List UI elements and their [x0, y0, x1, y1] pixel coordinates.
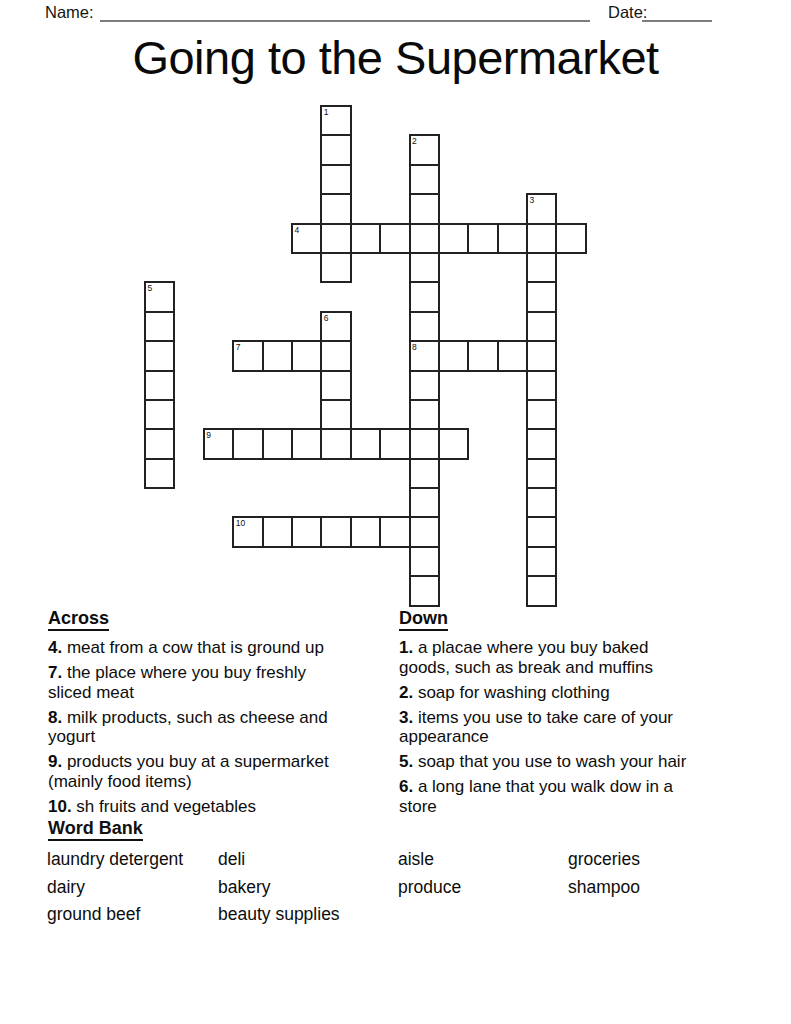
- clue-text-line: sliced meat: [48, 683, 393, 703]
- clue-text-line: store: [399, 797, 744, 817]
- across-clue-9: 9. products you buy at a supermarket(mai…: [48, 752, 393, 791]
- down-clue-5: 5. soap that you use to wash your hair: [399, 752, 744, 772]
- crossword-cell-r9c0[interactable]: [144, 370, 175, 401]
- word-bank-item: aisle: [398, 846, 461, 874]
- crossword-cell-r1c9[interactable]: 2: [409, 134, 440, 165]
- crossword-cell-r6c9[interactable]: [409, 281, 440, 312]
- crossword-cell-r11c13[interactable]: [526, 428, 557, 459]
- crossword-cell-r8c0[interactable]: [144, 340, 175, 371]
- clue-number-4: 4: [294, 225, 299, 235]
- clue-number-9: 9: [206, 430, 211, 440]
- crossword-cell-r11c0[interactable]: [144, 428, 175, 459]
- crossword-cell-r2c6[interactable]: [320, 164, 351, 195]
- crossword-cell-r5c6[interactable]: [320, 252, 351, 283]
- crossword-cell-r11c2[interactable]: 9: [203, 428, 234, 459]
- across-clue-list: 4. meat from a cow that is ground up7. t…: [48, 638, 393, 816]
- crossword-cell-r8c6[interactable]: [320, 340, 351, 371]
- crossword-cell-r11c3[interactable]: [232, 428, 263, 459]
- crossword-cell-r8c13[interactable]: [526, 340, 557, 371]
- crossword-cell-r8c10[interactable]: [438, 340, 469, 371]
- crossword-cell-r6c0[interactable]: 5: [144, 281, 175, 312]
- clue-number-8: 8: [412, 342, 417, 352]
- clue-number-label: 9.: [48, 752, 62, 771]
- crossword-cell-r10c0[interactable]: [144, 399, 175, 430]
- crossword-cell-r2c9[interactable]: [409, 164, 440, 195]
- clue-text-line: (mainly food items): [48, 772, 393, 792]
- crossword-cell-r8c11[interactable]: [467, 340, 498, 371]
- crossword-cell-r11c10[interactable]: [438, 428, 469, 459]
- crossword-cell-r11c7[interactable]: [350, 428, 381, 459]
- down-clue-3: 3. items you use to take care of yourapp…: [399, 708, 744, 747]
- crossword-cell-r4c7[interactable]: [350, 223, 381, 254]
- crossword-cell-r4c13[interactable]: [526, 223, 557, 254]
- word-bank: laundry detergentdairyground beefdelibak…: [47, 846, 747, 936]
- crossword-cell-r12c13[interactable]: [526, 458, 557, 489]
- crossword-cell-r3c6[interactable]: [320, 193, 351, 224]
- crossword-cell-r13c9[interactable]: [409, 487, 440, 518]
- crossword-cell-r12c9[interactable]: [409, 458, 440, 489]
- crossword-cell-r9c6[interactable]: [320, 370, 351, 401]
- crossword-cell-r1c6[interactable]: [320, 134, 351, 165]
- across-clue-10: 10. sh fruits and vegetables: [48, 797, 393, 817]
- word-bank-item: produce: [398, 874, 461, 902]
- word-bank-item: groceries: [568, 846, 640, 874]
- crossword-cell-r4c12[interactable]: [497, 223, 528, 254]
- clue-number-label: 6.: [399, 777, 413, 796]
- crossword-cell-r8c3[interactable]: 7: [232, 340, 263, 371]
- crossword-cell-r12c0[interactable]: [144, 458, 175, 489]
- clue-number-label: 1.: [399, 638, 413, 657]
- crossword-cell-r4c8[interactable]: [379, 223, 410, 254]
- crossword-cell-r11c5[interactable]: [291, 428, 322, 459]
- crossword-cell-r6c13[interactable]: [526, 281, 557, 312]
- crossword-cell-r0c6[interactable]: 1: [320, 105, 351, 136]
- clue-number-label: 4.: [48, 638, 62, 657]
- crossword-cell-r14c13[interactable]: [526, 516, 557, 547]
- clue-text-line: 1. a placae where you buy baked: [399, 638, 744, 658]
- crossword-cell-r11c4[interactable]: [262, 428, 293, 459]
- down-clue-6: 6. a long lane that you walk dow in asto…: [399, 777, 744, 816]
- crossword-cell-r11c9[interactable]: [409, 428, 440, 459]
- crossword-cell-r4c10[interactable]: [438, 223, 469, 254]
- crossword-cell-r8c12[interactable]: [497, 340, 528, 371]
- crossword-cell-r10c13[interactable]: [526, 399, 557, 430]
- across-clues-section: Across 4. meat from a cow that is ground…: [48, 609, 393, 822]
- clue-text-line: 4. meat from a cow that is ground up: [48, 638, 393, 658]
- crossword-cell-r4c6[interactable]: [320, 223, 351, 254]
- word-bank-item: shampoo: [568, 874, 640, 902]
- clue-text-line: 6. a long lane that you walk dow in a: [399, 777, 744, 797]
- word-bank-item: deli: [218, 846, 340, 874]
- crossword-cell-r7c13[interactable]: [526, 311, 557, 342]
- crossword-cell-r14c4[interactable]: [262, 516, 293, 547]
- crossword-cell-r8c5[interactable]: [291, 340, 322, 371]
- crossword-cell-r3c9[interactable]: [409, 193, 440, 224]
- down-clues-section: Down 1. a placae where you buy bakedgood…: [399, 609, 744, 822]
- crossword-cell-r7c9[interactable]: [409, 311, 440, 342]
- clue-number-label: 10.: [48, 797, 72, 816]
- down-clue-1: 1. a placae where you buy bakedgoods, su…: [399, 638, 744, 677]
- across-heading: Across: [48, 609, 109, 631]
- crossword-cell-r16c9[interactable]: [409, 575, 440, 606]
- down-heading: Down: [399, 609, 448, 631]
- crossword-cell-r10c9[interactable]: [409, 399, 440, 430]
- crossword-cell-r14c3[interactable]: 10: [232, 516, 263, 547]
- clue-number-10: 10: [236, 518, 245, 528]
- clue-text-line: 8. milk products, such as cheese and: [48, 708, 393, 728]
- clue-number-3: 3: [530, 195, 535, 205]
- date-input-line[interactable]: [642, 4, 712, 22]
- crossword-cell-r4c14[interactable]: [555, 223, 586, 254]
- crossword-cell-r11c6[interactable]: [320, 428, 351, 459]
- crossword-cell-r10c6[interactable]: [320, 399, 351, 430]
- crossword-grid: 12345678910: [145, 106, 586, 606]
- clue-number-2: 2: [412, 136, 417, 146]
- crossword-cell-r13c13[interactable]: [526, 487, 557, 518]
- crossword-cell-r15c13[interactable]: [526, 546, 557, 577]
- page-title: Going to the Supermarket: [0, 27, 791, 89]
- across-clue-8: 8. milk products, such as cheese andyogu…: [48, 708, 393, 747]
- clue-text-line: 9. products you buy at a supermarket: [48, 752, 393, 772]
- clue-number-7: 7: [236, 342, 241, 352]
- crossword-cell-r11c8[interactable]: [379, 428, 410, 459]
- crossword-cell-r5c9[interactable]: [409, 252, 440, 283]
- word-bank-item: beauty supplies: [218, 901, 340, 929]
- crossword-cell-r4c5[interactable]: 4: [291, 223, 322, 254]
- word-bank-column-3: aisleproduce: [398, 846, 461, 901]
- clue-number-5: 5: [148, 283, 153, 293]
- clue-text-line: goods, such as break and muffins: [399, 658, 744, 678]
- crossword-cell-r7c0[interactable]: [144, 311, 175, 342]
- clue-number-6: 6: [324, 313, 329, 323]
- clue-text-line: appearance: [399, 727, 744, 747]
- across-clue-7: 7. the place where you buy freshlysliced…: [48, 663, 393, 702]
- word-bank-column-1: laundry detergentdairyground beef: [47, 846, 183, 929]
- crossword-cell-r14c6[interactable]: [320, 516, 351, 547]
- name-input-line[interactable]: [100, 4, 590, 22]
- down-clue-list: 1. a placae where you buy bakedgoods, su…: [399, 638, 744, 816]
- crossword-cell-r7c6[interactable]: 6: [320, 311, 351, 342]
- across-clue-4: 4. meat from a cow that is ground up: [48, 638, 393, 658]
- word-bank-item: bakery: [218, 874, 340, 902]
- crossword-cell-r15c9[interactable]: [409, 546, 440, 577]
- word-bank-item: dairy: [47, 874, 183, 902]
- crossword-cell-r5c13[interactable]: [526, 252, 557, 283]
- clue-text-line: yogurt: [48, 727, 393, 747]
- clue-text-line: 5. soap that you use to wash your hair: [399, 752, 744, 772]
- crossword-cell-r3c13[interactable]: 3: [526, 193, 557, 224]
- crossword-cell-r9c13[interactable]: [526, 370, 557, 401]
- word-bank-heading: Word Bank: [48, 819, 143, 841]
- clue-text-line: 2. soap for washing clothing: [399, 683, 744, 703]
- word-bank-column-4: groceriesshampoo: [568, 846, 640, 901]
- crossword-cell-r14c8[interactable]: [379, 516, 410, 547]
- crossword-cell-r9c9[interactable]: [409, 370, 440, 401]
- crossword-cell-r16c13[interactable]: [526, 575, 557, 606]
- clue-number-label: 8.: [48, 708, 62, 727]
- clue-number-label: 7.: [48, 663, 62, 682]
- clue-number-1: 1: [324, 107, 329, 117]
- crossword-cell-r8c9[interactable]: 8: [409, 340, 440, 371]
- name-label: Name:: [45, 3, 94, 22]
- crossword-cell-r4c11[interactable]: [467, 223, 498, 254]
- word-bank-item: ground beef: [47, 901, 183, 929]
- crossword-cell-r4c9[interactable]: [409, 223, 440, 254]
- clue-text-line: 3. items you use to take care of your: [399, 708, 744, 728]
- clue-text-line: 10. sh fruits and vegetables: [48, 797, 393, 817]
- crossword-cell-r14c7[interactable]: [350, 516, 381, 547]
- crossword-cell-r14c5[interactable]: [291, 516, 322, 547]
- clue-number-label: 5.: [399, 752, 413, 771]
- clue-text-line: 7. the place where you buy freshly: [48, 663, 393, 683]
- crossword-cell-r14c9[interactable]: [409, 516, 440, 547]
- clue-number-label: 3.: [399, 708, 413, 727]
- word-bank-column-2: delibakerybeauty supplies: [218, 846, 340, 929]
- clue-number-label: 2.: [399, 683, 413, 702]
- down-clue-2: 2. soap for washing clothing: [399, 683, 744, 703]
- crossword-cell-r8c4[interactable]: [262, 340, 293, 371]
- word-bank-item: laundry detergent: [47, 846, 183, 874]
